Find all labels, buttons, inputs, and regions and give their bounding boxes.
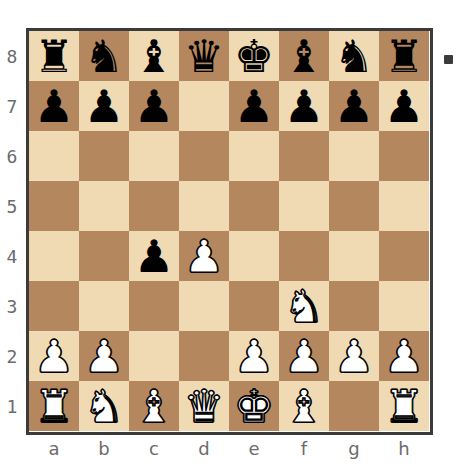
- square-h2[interactable]: ♟: [379, 331, 429, 381]
- square-f8[interactable]: ♝: [279, 31, 329, 81]
- square-e5[interactable]: [229, 181, 279, 231]
- square-b3[interactable]: [79, 281, 129, 331]
- square-h7[interactable]: ♟: [379, 81, 429, 131]
- square-d1[interactable]: ♛: [179, 381, 229, 431]
- square-f4[interactable]: [279, 231, 329, 281]
- piece-black-pawn[interactable]: ♟: [379, 81, 429, 131]
- file-label-c: c: [129, 436, 179, 462]
- square-e3[interactable]: [229, 281, 279, 331]
- piece-black-king[interactable]: ♚: [229, 31, 279, 81]
- chess-app: 87654321 ♜♞♝♛♚♝♞♜♟♟♟♟♟♟♟♟♟♞♟♟♟♟♟♟♜♞♝♛♚♝♜…: [0, 0, 464, 464]
- piece-white-pawn[interactable]: ♟: [379, 331, 429, 381]
- square-f5[interactable]: [279, 181, 329, 231]
- square-c3[interactable]: [129, 281, 179, 331]
- square-a5[interactable]: [29, 181, 79, 231]
- square-g4[interactable]: [329, 231, 379, 281]
- square-f1[interactable]: ♝: [279, 381, 329, 431]
- square-d6[interactable]: [179, 131, 229, 181]
- square-f2[interactable]: ♟: [279, 331, 329, 381]
- rank-label-1: 1: [0, 381, 24, 431]
- square-d4[interactable]: ♟: [179, 231, 229, 281]
- turn-indicator-black-to-move: [444, 55, 453, 64]
- piece-black-pawn[interactable]: ♟: [129, 231, 179, 281]
- square-b1[interactable]: ♞: [79, 381, 129, 431]
- square-c2[interactable]: [129, 331, 179, 381]
- square-d2[interactable]: [179, 331, 229, 381]
- square-b2[interactable]: ♟: [79, 331, 129, 381]
- file-label-d: d: [179, 436, 229, 462]
- square-g7[interactable]: ♟: [329, 81, 379, 131]
- square-b5[interactable]: [79, 181, 129, 231]
- square-c7[interactable]: ♟: [129, 81, 179, 131]
- square-h5[interactable]: [379, 181, 429, 231]
- square-b4[interactable]: [79, 231, 129, 281]
- piece-black-pawn[interactable]: ♟: [79, 81, 129, 131]
- square-a1[interactable]: ♜: [29, 381, 79, 431]
- piece-white-pawn[interactable]: ♟: [179, 231, 229, 281]
- piece-white-knight[interactable]: ♞: [79, 381, 129, 431]
- rank-label-5: 5: [0, 181, 24, 231]
- rank-label-8: 8: [0, 31, 24, 81]
- piece-white-queen[interactable]: ♛: [179, 381, 229, 431]
- square-a8[interactable]: ♜: [29, 31, 79, 81]
- square-c5[interactable]: [129, 181, 179, 231]
- piece-black-bishop[interactable]: ♝: [279, 31, 329, 81]
- file-label-a: a: [29, 436, 79, 462]
- file-label-b: b: [79, 436, 129, 462]
- square-b6[interactable]: [79, 131, 129, 181]
- piece-white-bishop[interactable]: ♝: [279, 381, 329, 431]
- square-g5[interactable]: [329, 181, 379, 231]
- square-c1[interactable]: ♝: [129, 381, 179, 431]
- rank-label-7: 7: [0, 81, 24, 131]
- square-g1[interactable]: [329, 381, 379, 431]
- square-d7[interactable]: [179, 81, 229, 131]
- square-c8[interactable]: ♝: [129, 31, 179, 81]
- piece-white-bishop[interactable]: ♝: [129, 381, 179, 431]
- file-label-h: h: [379, 436, 429, 462]
- square-h3[interactable]: [379, 281, 429, 331]
- square-g2[interactable]: ♟: [329, 331, 379, 381]
- file-label-g: g: [329, 436, 379, 462]
- piece-white-pawn[interactable]: ♟: [29, 331, 79, 381]
- square-a2[interactable]: ♟: [29, 331, 79, 381]
- square-c4[interactable]: ♟: [129, 231, 179, 281]
- square-g8[interactable]: ♞: [329, 31, 379, 81]
- piece-white-pawn[interactable]: ♟: [229, 331, 279, 381]
- piece-black-rook[interactable]: ♜: [29, 31, 79, 81]
- piece-black-pawn[interactable]: ♟: [229, 81, 279, 131]
- piece-black-pawn[interactable]: ♟: [329, 81, 379, 131]
- rank-labels: 87654321: [0, 31, 24, 431]
- square-e1[interactable]: ♚: [229, 381, 279, 431]
- piece-white-rook[interactable]: ♜: [379, 381, 429, 431]
- rank-label-4: 4: [0, 231, 24, 281]
- square-h8[interactable]: ♜: [379, 31, 429, 81]
- file-labels: abcdefgh: [29, 436, 429, 462]
- piece-black-pawn[interactable]: ♟: [29, 81, 79, 131]
- rank-label-3: 3: [0, 281, 24, 331]
- chess-board: ♜♞♝♛♚♝♞♜♟♟♟♟♟♟♟♟♟♞♟♟♟♟♟♟♜♞♝♛♚♝♜: [26, 28, 433, 435]
- square-a3[interactable]: [29, 281, 79, 331]
- square-e2[interactable]: ♟: [229, 331, 279, 381]
- square-b8[interactable]: ♞: [79, 31, 129, 81]
- piece-black-pawn[interactable]: ♟: [129, 81, 179, 131]
- piece-white-rook[interactable]: ♜: [29, 381, 79, 431]
- piece-white-knight[interactable]: ♞: [279, 281, 329, 331]
- square-e7[interactable]: ♟: [229, 81, 279, 131]
- rank-label-2: 2: [0, 331, 24, 381]
- square-b7[interactable]: ♟: [79, 81, 129, 131]
- rank-label-6: 6: [0, 131, 24, 181]
- square-a6[interactable]: [29, 131, 79, 181]
- square-g3[interactable]: [329, 281, 379, 331]
- piece-black-queen[interactable]: ♛: [179, 31, 229, 81]
- square-h6[interactable]: [379, 131, 429, 181]
- square-e6[interactable]: [229, 131, 279, 181]
- square-e8[interactable]: ♚: [229, 31, 279, 81]
- square-e4[interactable]: [229, 231, 279, 281]
- piece-white-pawn[interactable]: ♟: [79, 331, 129, 381]
- square-f3[interactable]: ♞: [279, 281, 329, 331]
- square-h1[interactable]: ♜: [379, 381, 429, 431]
- piece-white-king[interactable]: ♚: [229, 381, 279, 431]
- piece-white-pawn[interactable]: ♟: [279, 331, 329, 381]
- piece-black-pawn[interactable]: ♟: [279, 81, 329, 131]
- file-label-e: e: [229, 436, 279, 462]
- square-h4[interactable]: [379, 231, 429, 281]
- file-label-f: f: [279, 436, 329, 462]
- piece-black-knight[interactable]: ♞: [329, 31, 379, 81]
- piece-black-bishop[interactable]: ♝: [129, 31, 179, 81]
- square-f6[interactable]: [279, 131, 329, 181]
- square-d3[interactable]: [179, 281, 229, 331]
- piece-black-knight[interactable]: ♞: [79, 31, 129, 81]
- piece-black-rook[interactable]: ♜: [379, 31, 429, 81]
- square-c6[interactable]: [129, 131, 179, 181]
- square-d5[interactable]: [179, 181, 229, 231]
- square-f7[interactable]: ♟: [279, 81, 329, 131]
- square-a7[interactable]: ♟: [29, 81, 79, 131]
- square-a4[interactable]: [29, 231, 79, 281]
- piece-white-pawn[interactable]: ♟: [329, 331, 379, 381]
- square-g6[interactable]: [329, 131, 379, 181]
- square-d8[interactable]: ♛: [179, 31, 229, 81]
